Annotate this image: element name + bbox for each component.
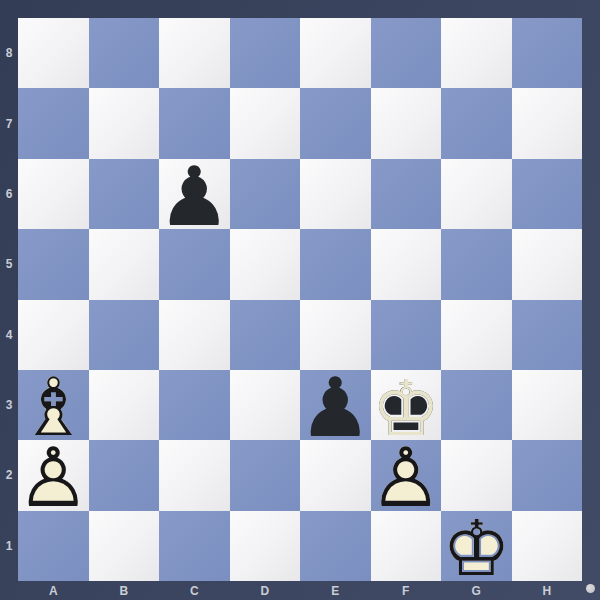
square-c3[interactable]: [159, 370, 230, 440]
white-king-glyph: ♚: [441, 514, 512, 584]
rank-label-6: 6: [0, 159, 18, 229]
square-d1[interactable]: [230, 511, 301, 581]
square-g1[interactable]: ♚♔: [441, 511, 512, 581]
piece-white-pawn[interactable]: ♟♙: [371, 440, 442, 510]
rank-labels: 87654321: [0, 18, 18, 581]
file-label-e: E: [300, 581, 371, 600]
black-king-glyph: ♚: [371, 373, 442, 443]
square-a4[interactable]: [18, 300, 89, 370]
piece-white-king[interactable]: ♚♔: [441, 511, 512, 581]
square-e5[interactable]: [300, 229, 371, 299]
square-b1[interactable]: [89, 511, 160, 581]
rank-label-2: 2: [0, 440, 18, 510]
white-pawn-glyph: ♟: [371, 443, 442, 513]
file-label-f: F: [371, 581, 442, 600]
square-h5[interactable]: [512, 229, 583, 299]
chess-board-frame: 87654321 ♟♙♝♗♟♙♚♔♟♙♟♙♚♔ ABCDEFGH: [0, 0, 600, 600]
file-label-a: A: [18, 581, 89, 600]
square-f5[interactable]: [371, 229, 442, 299]
square-d8[interactable]: [230, 18, 301, 88]
square-b3[interactable]: [89, 370, 160, 440]
square-a5[interactable]: [18, 229, 89, 299]
square-c5[interactable]: [159, 229, 230, 299]
square-h4[interactable]: [512, 300, 583, 370]
file-label-h: H: [512, 581, 583, 600]
white-pawn-outline: ♙: [371, 443, 442, 513]
chess-board[interactable]: ♟♙♝♗♟♙♚♔♟♙♟♙♚♔: [18, 18, 582, 581]
square-b2[interactable]: [89, 440, 160, 510]
square-c7[interactable]: [159, 88, 230, 158]
square-h7[interactable]: [512, 88, 583, 158]
square-h8[interactable]: [512, 18, 583, 88]
file-label-d: D: [230, 581, 301, 600]
square-a8[interactable]: [18, 18, 89, 88]
square-g8[interactable]: [441, 18, 512, 88]
square-c6[interactable]: ♟♙: [159, 159, 230, 229]
white-bishop-glyph: ♝: [18, 373, 89, 443]
piece-black-pawn[interactable]: ♟♙: [300, 370, 371, 440]
square-f2[interactable]: ♟♙: [371, 440, 442, 510]
black-pawn-outline: ♙: [159, 162, 230, 232]
square-c1[interactable]: [159, 511, 230, 581]
square-f8[interactable]: [371, 18, 442, 88]
square-d6[interactable]: [230, 159, 301, 229]
file-label-g: G: [441, 581, 512, 600]
rank-label-8: 8: [0, 18, 18, 88]
black-king-outline: ♔: [371, 373, 442, 443]
rank-label-5: 5: [0, 229, 18, 299]
rank-label-7: 7: [0, 88, 18, 158]
file-labels: ABCDEFGH: [18, 581, 582, 600]
square-e3[interactable]: ♟♙: [300, 370, 371, 440]
piece-white-bishop[interactable]: ♝♗: [18, 370, 89, 440]
square-b7[interactable]: [89, 88, 160, 158]
square-e4[interactable]: [300, 300, 371, 370]
square-a2[interactable]: ♟♙: [18, 440, 89, 510]
square-b6[interactable]: [89, 159, 160, 229]
square-b8[interactable]: [89, 18, 160, 88]
square-d5[interactable]: [230, 229, 301, 299]
file-label-c: C: [159, 581, 230, 600]
square-f4[interactable]: [371, 300, 442, 370]
square-b5[interactable]: [89, 229, 160, 299]
rank-label-4: 4: [0, 300, 18, 370]
square-e6[interactable]: [300, 159, 371, 229]
square-e8[interactable]: [300, 18, 371, 88]
file-label-b: B: [89, 581, 160, 600]
square-a6[interactable]: [18, 159, 89, 229]
square-e2[interactable]: [300, 440, 371, 510]
square-f1[interactable]: [371, 511, 442, 581]
square-f6[interactable]: [371, 159, 442, 229]
white-king-outline: ♔: [441, 514, 512, 584]
square-a1[interactable]: [18, 511, 89, 581]
rank-label-1: 1: [0, 511, 18, 581]
square-g6[interactable]: [441, 159, 512, 229]
black-pawn-glyph: ♟: [159, 162, 230, 232]
square-g7[interactable]: [441, 88, 512, 158]
piece-white-pawn[interactable]: ♟♙: [18, 440, 89, 510]
white-pawn-glyph: ♟: [18, 443, 89, 513]
square-d4[interactable]: [230, 300, 301, 370]
square-g3[interactable]: [441, 370, 512, 440]
square-f7[interactable]: [371, 88, 442, 158]
square-h3[interactable]: [512, 370, 583, 440]
piece-black-king[interactable]: ♚♔: [371, 370, 442, 440]
resize-handle-dot[interactable]: [586, 584, 595, 593]
square-c4[interactable]: [159, 300, 230, 370]
piece-black-pawn[interactable]: ♟♙: [159, 159, 230, 229]
black-pawn-glyph: ♟: [300, 373, 371, 443]
square-h6[interactable]: [512, 159, 583, 229]
square-e1[interactable]: [300, 511, 371, 581]
white-pawn-outline: ♙: [18, 443, 89, 513]
square-h1[interactable]: [512, 511, 583, 581]
square-a3[interactable]: ♝♗: [18, 370, 89, 440]
square-d3[interactable]: [230, 370, 301, 440]
square-e7[interactable]: [300, 88, 371, 158]
square-d2[interactable]: [230, 440, 301, 510]
square-a7[interactable]: [18, 88, 89, 158]
square-h2[interactable]: [512, 440, 583, 510]
rank-label-3: 3: [0, 370, 18, 440]
black-pawn-outline: ♙: [300, 373, 371, 443]
square-g2[interactable]: [441, 440, 512, 510]
square-d7[interactable]: [230, 88, 301, 158]
white-bishop-outline: ♗: [18, 373, 89, 443]
square-f3[interactable]: ♚♔: [371, 370, 442, 440]
square-g4[interactable]: [441, 300, 512, 370]
square-b4[interactable]: [89, 300, 160, 370]
square-g5[interactable]: [441, 229, 512, 299]
square-c8[interactable]: [159, 18, 230, 88]
square-c2[interactable]: [159, 440, 230, 510]
